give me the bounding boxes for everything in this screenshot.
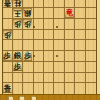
board-square-3h[interactable] [65, 73, 75, 84]
board-square-1i[interactable] [86, 83, 96, 94]
board-square-9b[interactable] [3, 8, 13, 19]
board-square-6a[interactable] [34, 0, 44, 8]
board-square-5h[interactable] [44, 73, 54, 84]
board-square-7f[interactable]: 歩 [23, 51, 33, 62]
board-square-4a[interactable] [54, 0, 64, 8]
board-square-8b[interactable]: 王 [13, 8, 23, 19]
gote-silver[interactable]: 銀 [23, 8, 32, 18]
board-square-6f[interactable] [34, 51, 44, 62]
piece-stand [0, 94, 100, 100]
board-square-2b[interactable] [75, 8, 85, 19]
shogi-board-screenshot: 香桂王銀竜歩歩歩歩銀歩歩香 [0, 0, 100, 100]
board-square-3c[interactable] [65, 19, 75, 30]
sente-pawn[interactable]: 歩 [13, 62, 22, 72]
board-square-6g[interactable] [34, 62, 44, 73]
gote-knight[interactable]: 桂 [13, 0, 22, 7]
gote-lance[interactable]: 香 [3, 0, 12, 7]
board-square-4e[interactable] [54, 40, 64, 51]
star-point [33, 26, 35, 28]
board-square-7h[interactable] [23, 73, 33, 84]
board-square-2a[interactable] [75, 0, 85, 8]
board-square-5g[interactable] [44, 62, 54, 73]
sente-pawn[interactable]: 歩 [23, 51, 32, 61]
board-square-1a[interactable] [86, 0, 96, 8]
board-square-7b[interactable]: 銀 [23, 8, 33, 19]
sente-silver[interactable]: 銀 [13, 51, 22, 61]
board-field: 香桂王銀竜歩歩歩歩銀歩歩香 [2, 0, 98, 95]
hand-piece[interactable] [8, 96, 14, 100]
sente-lance[interactable]: 香 [3, 84, 12, 94]
gote-pawn[interactable]: 歩 [13, 19, 22, 29]
board-square-9i[interactable]: 香 [3, 83, 13, 94]
board-square-7c[interactable]: 歩 [23, 19, 33, 30]
board-square-3d[interactable] [65, 30, 75, 41]
board-square-1d[interactable] [86, 30, 96, 41]
board-square-6d[interactable] [34, 30, 44, 41]
board-square-8c[interactable]: 歩 [13, 19, 23, 30]
board-square-3f[interactable] [65, 51, 75, 62]
board-square-8h[interactable] [13, 73, 23, 84]
board-square-5d[interactable] [44, 30, 54, 41]
board-square-9h[interactable] [3, 73, 13, 84]
board-square-2c[interactable] [75, 19, 85, 30]
board-square-5e[interactable] [44, 40, 54, 51]
hand-piece[interactable] [19, 96, 25, 100]
board-square-3g[interactable] [65, 62, 75, 73]
board-square-8a[interactable]: 桂 [13, 0, 23, 8]
board-square-7g[interactable] [23, 62, 33, 73]
star-point [33, 55, 35, 57]
board-square-4h[interactable] [54, 73, 64, 84]
board-square-8e[interactable] [13, 40, 23, 51]
board-square-6h[interactable] [34, 73, 44, 84]
board-square-7i[interactable] [23, 83, 33, 94]
board-square-6e[interactable] [34, 40, 44, 51]
board-square-1f[interactable] [86, 51, 96, 62]
board-square-8g[interactable]: 歩 [13, 62, 23, 73]
board-square-1e[interactable] [86, 40, 96, 51]
board-square-4d[interactable] [54, 30, 64, 41]
board-square-7d[interactable] [23, 30, 33, 41]
board-square-5a[interactable] [44, 0, 54, 8]
board-square-7e[interactable] [23, 40, 33, 51]
board-square-7a[interactable] [23, 0, 33, 8]
gote-king[interactable]: 王 [13, 8, 22, 18]
board-square-2i[interactable] [75, 83, 85, 94]
board-square-2f[interactable] [75, 51, 85, 62]
board-square-2e[interactable] [75, 40, 85, 51]
board-square-9a[interactable]: 香 [3, 0, 13, 8]
board-square-8d[interactable] [13, 30, 23, 41]
board-square-9e[interactable] [3, 40, 13, 51]
board-square-2g[interactable] [75, 62, 85, 73]
board-square-1h[interactable] [86, 73, 96, 84]
board-square-6c[interactable] [34, 19, 44, 30]
board-square-4b[interactable] [54, 8, 64, 19]
board-square-9c[interactable] [3, 19, 13, 30]
star-point [56, 26, 58, 28]
board-square-5f[interactable] [44, 51, 54, 62]
board-square-8i[interactable] [13, 83, 23, 94]
gote-pawn[interactable]: 歩 [23, 19, 32, 29]
board-square-4g[interactable] [54, 62, 64, 73]
board-square-2h[interactable] [75, 73, 85, 84]
board-square-9g[interactable] [3, 62, 13, 73]
board-square-3b[interactable]: 竜 [65, 8, 75, 19]
board-square-1b[interactable] [86, 8, 96, 19]
board-square-5i[interactable] [44, 83, 54, 94]
board-square-1g[interactable] [86, 62, 96, 73]
board-square-3a[interactable] [65, 0, 75, 8]
board-square-3i[interactable] [65, 83, 75, 94]
board-square-6i[interactable] [34, 83, 44, 94]
board-square-9d[interactable]: 歩 [3, 30, 13, 41]
board-square-9f[interactable]: 歩 [3, 51, 13, 62]
board-square-1c[interactable] [86, 19, 96, 30]
board-square-5b[interactable] [44, 8, 54, 19]
board-square-4i[interactable] [54, 83, 64, 94]
sente-pawn[interactable]: 歩 [3, 51, 12, 61]
board-square-4c[interactable] [54, 19, 64, 30]
board-square-2d[interactable] [75, 30, 85, 41]
board-square-5c[interactable] [44, 19, 54, 30]
board-square-6b[interactable] [34, 8, 44, 19]
board-square-3e[interactable] [65, 40, 75, 51]
star-point [56, 55, 58, 57]
gote-pawn[interactable]: 歩 [3, 30, 12, 40]
board-square-8f[interactable]: 銀 [13, 51, 23, 62]
sente-dragon[interactable]: 竜 [65, 8, 74, 18]
hand-piece[interactable] [31, 96, 37, 100]
